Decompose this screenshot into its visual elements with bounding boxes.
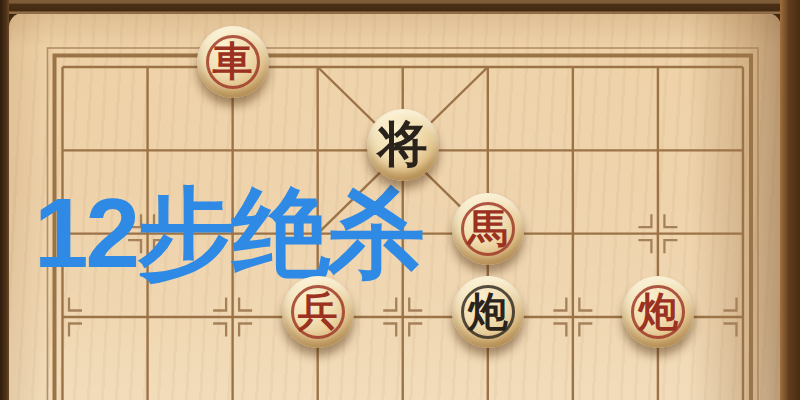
piece-red-soldier[interactable]: 兵	[282, 276, 354, 348]
piece-red-chariot[interactable]: 車	[197, 26, 269, 98]
xiangqi-game-screen: 12步绝杀 車将馬兵炮炮	[0, 0, 800, 400]
table-edge-left	[0, 0, 9, 400]
piece-red-cannon[interactable]: 炮	[622, 276, 694, 348]
table-edge-top	[0, 0, 800, 14]
piece-glyph: 車	[213, 41, 253, 81]
piece-black-cannon[interactable]: 炮	[452, 276, 524, 348]
table-edge-right	[780, 0, 800, 400]
piece-black-general[interactable]: 将	[367, 109, 439, 181]
piece-glyph: 馬	[468, 208, 508, 248]
piece-glyph: 炮	[468, 291, 508, 331]
piece-glyph: 炮	[638, 291, 678, 331]
piece-red-horse[interactable]: 馬	[452, 193, 524, 265]
piece-glyph: 将	[378, 119, 428, 169]
piece-glyph: 兵	[298, 291, 338, 331]
